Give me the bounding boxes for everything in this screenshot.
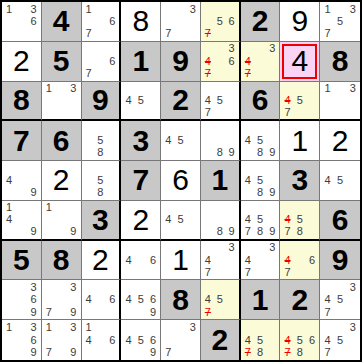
solved-digit: 4 xyxy=(291,46,308,76)
candidate: 7 xyxy=(242,226,254,238)
candidate: 5 xyxy=(174,135,186,147)
candidate: 8 xyxy=(214,226,226,238)
candidate: 1 xyxy=(43,83,55,95)
candidate: 9 xyxy=(147,306,159,318)
pencil-grid: 58 xyxy=(82,121,120,160)
pencil-grid: 4569 xyxy=(121,320,160,360)
pencil-grid: 369 xyxy=(2,280,41,319)
candidate: 3 xyxy=(28,321,40,334)
given-digit: 3 xyxy=(92,205,109,235)
candidate: 9 xyxy=(67,346,79,359)
candidate: 4 xyxy=(3,174,15,186)
given-digit: 5 xyxy=(53,46,70,76)
pencil-grid: 457 xyxy=(280,82,319,120)
given-digit: 2 xyxy=(252,6,269,36)
candidate: 3 xyxy=(226,242,238,254)
pencil-grid: 347 xyxy=(241,42,280,81)
cell-r5c6[interactable]: 1 xyxy=(201,161,241,201)
candidate: 5 xyxy=(214,15,226,27)
candidate: 5 xyxy=(254,214,266,226)
candidate: 9 xyxy=(28,226,40,238)
candidate: 6 xyxy=(106,55,118,67)
candidate: 6 xyxy=(106,294,118,306)
pencil-grid: 46 xyxy=(82,280,120,319)
cell-r5c5[interactable]: 6 xyxy=(161,161,201,201)
candidate: 6 xyxy=(147,334,159,347)
given-digit: 7 xyxy=(132,165,149,195)
candidate: 5 xyxy=(254,334,266,347)
candidate: 8 xyxy=(294,346,306,359)
cell-r2c2[interactable]: 5 xyxy=(42,42,82,82)
eliminated-candidate: 4 xyxy=(202,55,214,67)
candidate: 5 xyxy=(174,214,186,226)
candidate: 4 xyxy=(202,94,214,106)
cell-r5c9[interactable]: 45 xyxy=(320,161,360,201)
given-digit: 8 xyxy=(332,46,349,76)
candidate: 4 xyxy=(242,254,254,266)
candidate: 1 xyxy=(3,3,15,15)
cell-r9c5[interactable]: 37 xyxy=(161,320,201,360)
candidate: 7 xyxy=(43,346,55,359)
cell-r8c3[interactable]: 46 xyxy=(82,280,122,320)
candidate: 9 xyxy=(67,306,79,318)
cell-r8c4[interactable]: 4569 xyxy=(121,280,161,320)
pencil-grid: 45 xyxy=(320,161,360,200)
eliminated-candidate: 7 xyxy=(242,67,254,79)
cell-r6c8[interactable]: 4578 xyxy=(280,201,320,241)
cell-r4c1[interactable]: 7 xyxy=(2,121,42,161)
cell-r8c7[interactable]: 1 xyxy=(241,280,281,320)
solved-digit: 9 xyxy=(291,6,308,36)
cell-r9c2[interactable]: 1379 xyxy=(42,320,82,360)
candidate: 3 xyxy=(67,281,79,293)
cell-r1c9[interactable]: 1357 xyxy=(320,2,360,42)
eliminated-candidate: 4 xyxy=(281,214,293,226)
given-digit: 2 xyxy=(172,85,189,115)
cell-r3c8[interactable]: 457 xyxy=(280,82,320,122)
pencil-grid: 13 xyxy=(42,82,81,120)
candidate: 3 xyxy=(187,3,199,15)
given-digit: 2 xyxy=(211,325,228,355)
candidate: 1 xyxy=(321,3,334,15)
cell-r5c4[interactable]: 7 xyxy=(121,161,161,201)
cell-r4c3[interactable]: 58 xyxy=(82,121,122,161)
cell-r4c9[interactable]: 2 xyxy=(320,121,360,161)
candidate: 1 xyxy=(43,202,55,214)
cell-r7c4[interactable]: 46 xyxy=(121,241,161,281)
pencil-grid: 37 xyxy=(161,320,200,360)
candidate: 5 xyxy=(334,334,347,347)
pencil-grid: 89 xyxy=(201,201,239,239)
candidate: 4 xyxy=(162,214,174,226)
pencil-grid: 136 xyxy=(2,2,41,41)
cell-r6c9[interactable]: 6 xyxy=(320,201,360,241)
candidate: 3 xyxy=(346,3,359,15)
candidate: 7 xyxy=(281,266,293,278)
cell-r3c6[interactable]: 457 xyxy=(201,82,241,122)
cell-r5c3[interactable]: 58 xyxy=(82,161,122,201)
cell-r6c6[interactable]: 89 xyxy=(201,201,241,241)
candidate: 4 xyxy=(3,214,15,226)
cell-r4c8[interactable]: 1 xyxy=(280,121,320,161)
candidate: 3 xyxy=(346,321,359,334)
candidate: 7 xyxy=(321,346,334,359)
pencil-grid: 45 xyxy=(121,82,160,120)
candidate: 7 xyxy=(281,106,293,118)
solved-digit: 2 xyxy=(92,245,109,275)
candidate: 7 xyxy=(202,106,214,118)
candidate: 7 xyxy=(43,306,55,318)
candidate: 1 xyxy=(321,83,334,95)
eliminated-candidate: 4 xyxy=(281,334,293,347)
given-digit: 6 xyxy=(53,126,70,156)
candidate: 3 xyxy=(28,281,40,293)
cell-r8c6[interactable]: 457 xyxy=(201,280,241,320)
pencil-grid: 567 xyxy=(201,2,239,41)
candidate: 9 xyxy=(28,306,40,318)
candidate: 4 xyxy=(202,294,214,306)
candidate: 3 xyxy=(266,43,278,55)
solved-digit: 2 xyxy=(53,165,70,195)
candidate: 1 xyxy=(83,321,95,334)
pencil-grid: 457 xyxy=(201,82,239,120)
cell-r9c6[interactable]: 2 xyxy=(201,320,241,360)
cell-r6c1[interactable]: 149 xyxy=(2,201,42,241)
cell-r2c8[interactable]: 4 xyxy=(280,42,320,82)
given-digit: 1 xyxy=(252,285,269,315)
cell-r7c3[interactable]: 2 xyxy=(82,241,122,281)
candidate: 8 xyxy=(254,346,266,359)
cell-r4c2[interactable]: 6 xyxy=(42,121,82,161)
candidate: 5 xyxy=(135,94,147,106)
candidate: 4 xyxy=(122,334,134,347)
cell-r2c1[interactable]: 2 xyxy=(2,42,42,82)
cell-r7c8[interactable]: 467 xyxy=(280,241,320,281)
cell-r9c4[interactable]: 4569 xyxy=(121,320,161,360)
cell-r9c8[interactable]: 45678 xyxy=(280,320,320,360)
eliminated-candidate: 4 xyxy=(281,94,293,106)
candidate: 3 xyxy=(346,281,359,293)
candidate: 4 xyxy=(83,334,95,347)
candidate: 4 xyxy=(122,94,134,106)
candidate: 8 xyxy=(254,226,266,238)
cell-r2c6[interactable]: 3467 xyxy=(201,42,241,82)
candidate: 4 xyxy=(242,174,254,186)
given-digit: 9 xyxy=(332,245,349,275)
candidate: 5 xyxy=(214,94,226,106)
candidate: 6 xyxy=(106,334,118,347)
candidate: 6 xyxy=(28,334,40,347)
candidate: 5 xyxy=(294,334,306,347)
pencil-grid: 13 xyxy=(320,82,360,120)
cell-r7c6[interactable]: 347 xyxy=(201,241,241,281)
pencil-grid: 379 xyxy=(42,280,81,319)
pencil-grid: 45789 xyxy=(241,201,280,239)
candidate: 4 xyxy=(242,214,254,226)
pencil-grid: 89 xyxy=(201,121,239,160)
candidate: 9 xyxy=(226,226,238,238)
candidate: 7 xyxy=(162,28,174,40)
candidate: 9 xyxy=(28,187,40,199)
pencil-grid: 457 xyxy=(201,280,239,319)
candidate: 6 xyxy=(147,294,159,306)
pencil-grid: 347 xyxy=(201,241,239,280)
given-digit: 8 xyxy=(172,285,189,315)
cell-r1c4[interactable]: 8 xyxy=(121,2,161,42)
cell-r1c6[interactable]: 567 xyxy=(201,2,241,42)
candidate: 1 xyxy=(3,202,15,214)
candidate: 1 xyxy=(83,3,95,15)
pencil-grid: 167 xyxy=(82,2,120,41)
candidate: 5 xyxy=(94,174,106,186)
candidate: 6 xyxy=(306,334,318,347)
given-digit: 8 xyxy=(13,85,30,115)
cell-r4c7[interactable]: 4589 xyxy=(241,121,281,161)
cell-r3c1[interactable]: 8 xyxy=(2,82,42,122)
pencil-grid: 3457 xyxy=(320,320,360,360)
pencil-grid: 46 xyxy=(121,241,160,280)
candidate: 5 xyxy=(334,294,347,306)
eliminated-candidate: 7 xyxy=(202,28,214,40)
candidate: 8 xyxy=(94,187,106,199)
candidate: 3 xyxy=(226,43,238,55)
candidate: 9 xyxy=(226,147,238,159)
candidate: 4 xyxy=(122,294,134,306)
candidate: 9 xyxy=(266,187,278,199)
given-digit: 6 xyxy=(252,85,269,115)
candidate: 4 xyxy=(122,254,134,266)
cell-r3c9[interactable]: 13 xyxy=(320,82,360,122)
pencil-grid: 19 xyxy=(42,201,81,239)
pencil-grid: 4578 xyxy=(241,320,280,360)
candidate: 1 xyxy=(43,321,55,334)
cell-r1c3[interactable]: 167 xyxy=(82,2,122,42)
candidate: 6 xyxy=(306,254,318,266)
candidate: 4 xyxy=(83,294,95,306)
candidate: 7 xyxy=(321,306,334,318)
candidate: 7 xyxy=(83,28,95,40)
pencil-grid: 1369 xyxy=(2,320,41,360)
given-digit: 2 xyxy=(291,285,308,315)
cell-r9c1[interactable]: 1369 xyxy=(2,320,42,360)
given-digit: 6 xyxy=(332,205,349,235)
candidate: 8 xyxy=(254,187,266,199)
cell-r1c5[interactable]: 37 xyxy=(161,2,201,42)
pencil-grid: 3457 xyxy=(320,280,360,319)
candidate: 5 xyxy=(94,135,106,147)
cell-r2c3[interactable]: 67 xyxy=(82,42,122,82)
given-digit: 5 xyxy=(13,245,30,275)
candidate: 6 xyxy=(226,15,238,27)
sudoku-board: 1364167837567291357256719346734748813945… xyxy=(0,0,362,362)
cell-r8c5[interactable]: 8 xyxy=(161,280,201,320)
solved-digit: 8 xyxy=(132,6,149,36)
pencil-grid: 1357 xyxy=(320,2,360,41)
cell-r4c6[interactable]: 89 xyxy=(201,121,241,161)
cell-r7c1[interactable]: 5 xyxy=(2,241,42,281)
cell-r2c4[interactable]: 1 xyxy=(121,42,161,82)
solved-digit: 6 xyxy=(172,165,189,195)
cell-r1c8[interactable]: 9 xyxy=(280,2,320,42)
cell-r4c5[interactable]: 45 xyxy=(161,121,201,161)
cell-r1c1[interactable]: 136 xyxy=(2,2,42,42)
candidate: 9 xyxy=(67,226,79,238)
pencil-grid: 45678 xyxy=(280,320,319,360)
candidate: 4 xyxy=(242,334,254,347)
solved-digit: 2 xyxy=(332,126,349,156)
candidate: 6 xyxy=(226,55,238,67)
pencil-grid: 45 xyxy=(161,201,200,239)
eliminated-candidate: 7 xyxy=(202,306,214,318)
candidate: 7 xyxy=(242,266,254,278)
candidate: 7 xyxy=(83,67,95,79)
candidate: 7 xyxy=(202,266,214,278)
solved-digit: 2 xyxy=(132,205,149,235)
pencil-grid: 37 xyxy=(161,2,200,41)
candidate: 3 xyxy=(266,242,278,254)
candidate: 3 xyxy=(346,83,359,95)
eliminated-candidate: 4 xyxy=(242,55,254,67)
candidate: 8 xyxy=(214,147,226,159)
cell-r3c4[interactable]: 45 xyxy=(121,82,161,122)
candidate: 5 xyxy=(135,294,147,306)
cell-r1c2[interactable]: 4 xyxy=(42,2,82,42)
cell-r8c2[interactable]: 379 xyxy=(42,280,82,320)
given-digit: 1 xyxy=(132,46,149,76)
eliminated-candidate: 7 xyxy=(202,67,214,79)
cell-r2c9[interactable]: 8 xyxy=(320,42,360,82)
pencil-grid: 4569 xyxy=(121,280,160,319)
candidate: 5 xyxy=(334,15,347,27)
solved-digit: 1 xyxy=(172,245,189,275)
cell-r6c5[interactable]: 45 xyxy=(161,201,201,241)
cell-r9c7[interactable]: 4578 xyxy=(241,320,281,360)
cell-r9c9[interactable]: 3457 xyxy=(320,320,360,360)
cell-r6c7[interactable]: 45789 xyxy=(241,201,281,241)
candidate: 8 xyxy=(294,226,306,238)
candidate: 5 xyxy=(334,174,347,186)
cell-r5c2[interactable]: 2 xyxy=(42,161,82,201)
candidate: 4 xyxy=(321,174,334,186)
given-digit: 1 xyxy=(211,165,228,195)
cell-r8c9[interactable]: 3457 xyxy=(320,280,360,320)
candidate: 9 xyxy=(266,147,278,159)
eliminated-candidate: 4 xyxy=(281,254,293,266)
candidate: 6 xyxy=(106,15,118,27)
cell-r8c8[interactable]: 2 xyxy=(280,280,320,320)
eliminated-candidate: 7 xyxy=(242,346,254,359)
candidate: 3 xyxy=(67,83,79,95)
pencil-grid: 58 xyxy=(82,161,120,200)
candidate: 5 xyxy=(135,334,147,347)
pencil-grid: 49 xyxy=(2,161,41,200)
candidate: 5 xyxy=(254,135,266,147)
pencil-grid: 45 xyxy=(161,121,200,160)
given-digit: 7 xyxy=(13,126,30,156)
given-digit: 3 xyxy=(132,126,149,156)
cell-r3c3[interactable]: 9 xyxy=(82,82,122,122)
cell-r2c7[interactable]: 347 xyxy=(241,42,281,82)
candidate: 1 xyxy=(3,321,15,334)
candidate: 5 xyxy=(294,214,306,226)
pencil-grid: 67 xyxy=(82,42,120,81)
candidate: 4 xyxy=(321,294,334,306)
candidate: 5 xyxy=(214,294,226,306)
candidate: 4 xyxy=(321,334,334,347)
cell-r8c1[interactable]: 369 xyxy=(2,280,42,320)
solved-digit: 2 xyxy=(13,46,30,76)
candidate: 6 xyxy=(28,15,40,27)
pencil-grid: 3467 xyxy=(201,42,239,81)
candidate: 5 xyxy=(294,94,306,106)
cell-r6c2[interactable]: 19 xyxy=(42,201,82,241)
candidate: 3 xyxy=(67,321,79,334)
candidate: 8 xyxy=(94,147,106,159)
candidate: 3 xyxy=(28,3,40,15)
candidate: 7 xyxy=(321,28,334,40)
candidate: 7 xyxy=(162,346,174,359)
cell-r2c5[interactable]: 9 xyxy=(161,42,201,82)
cell-r5c7[interactable]: 4589 xyxy=(241,161,281,201)
pencil-grid: 146 xyxy=(82,320,120,360)
candidate: 8 xyxy=(254,147,266,159)
cell-r3c5[interactable]: 2 xyxy=(161,82,201,122)
candidate: 6 xyxy=(147,254,159,266)
cell-r3c7[interactable]: 6 xyxy=(241,82,281,122)
pencil-grid: 149 xyxy=(2,201,41,239)
cell-r5c8[interactable]: 3 xyxy=(280,161,320,201)
given-digit: 3 xyxy=(291,165,308,195)
candidate: 7 xyxy=(281,226,293,238)
candidate: 4 xyxy=(242,135,254,147)
given-digit: 9 xyxy=(172,46,189,76)
cell-r3c2[interactable]: 13 xyxy=(42,82,82,122)
cell-r5c1[interactable]: 49 xyxy=(2,161,42,201)
candidate: 4 xyxy=(202,254,214,266)
cell-r7c7[interactable]: 347 xyxy=(241,241,281,281)
pencil-grid: 4589 xyxy=(241,161,280,200)
candidate: 3 xyxy=(187,321,199,334)
solved-digit: 1 xyxy=(291,126,308,156)
candidate: 9 xyxy=(28,346,40,359)
candidate: 5 xyxy=(254,174,266,186)
cell-r6c4[interactable]: 2 xyxy=(121,201,161,241)
cell-r6c3[interactable]: 3 xyxy=(82,201,122,241)
given-digit: 9 xyxy=(92,85,109,115)
cell-r7c2[interactable]: 8 xyxy=(42,241,82,281)
cell-r7c9[interactable]: 9 xyxy=(320,241,360,281)
given-digit: 4 xyxy=(53,6,70,36)
candidate: 9 xyxy=(266,226,278,238)
pencil-grid: 1379 xyxy=(42,320,81,360)
candidate: 6 xyxy=(28,294,40,306)
pencil-grid: 347 xyxy=(241,241,280,280)
eliminated-candidate: 7 xyxy=(281,346,293,359)
cell-r4c4[interactable]: 3 xyxy=(121,121,161,161)
pencil-grid: 467 xyxy=(280,241,319,280)
given-digit: 8 xyxy=(53,245,70,275)
candidate: 9 xyxy=(147,346,159,359)
pencil-grid: 4589 xyxy=(241,121,280,160)
cell-r9c3[interactable]: 146 xyxy=(82,320,122,360)
cell-r7c5[interactable]: 1 xyxy=(161,241,201,281)
cell-r1c7[interactable]: 2 xyxy=(241,2,281,42)
pencil-grid: 4578 xyxy=(280,201,319,239)
candidate: 4 xyxy=(162,135,174,147)
